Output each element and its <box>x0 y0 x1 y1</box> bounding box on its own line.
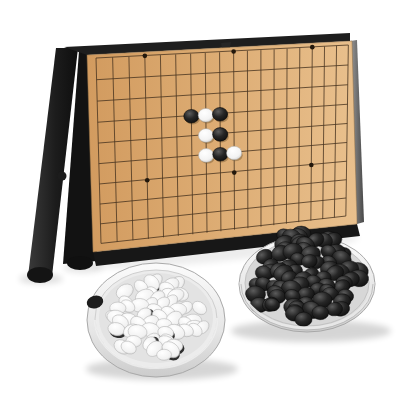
black-stone <box>213 128 228 142</box>
white-stone <box>199 149 214 163</box>
star-point <box>143 54 148 59</box>
rear-foot <box>27 267 53 283</box>
black-stone <box>213 147 228 161</box>
white-stone-bowl <box>85 263 238 380</box>
black-stone <box>212 107 227 121</box>
star-point <box>232 170 237 175</box>
white-stone <box>227 146 242 160</box>
go-set-product-photo <box>0 0 400 400</box>
white-stone <box>198 129 213 143</box>
front-foot <box>67 256 93 270</box>
black-stone <box>184 109 199 123</box>
scene-canvas <box>0 0 400 400</box>
star-point <box>231 49 236 54</box>
hinge-knob <box>58 172 67 181</box>
star-point <box>145 178 150 183</box>
star-point <box>309 163 314 168</box>
board-face <box>87 41 357 252</box>
white-stone <box>198 108 213 122</box>
star-point <box>310 45 315 50</box>
